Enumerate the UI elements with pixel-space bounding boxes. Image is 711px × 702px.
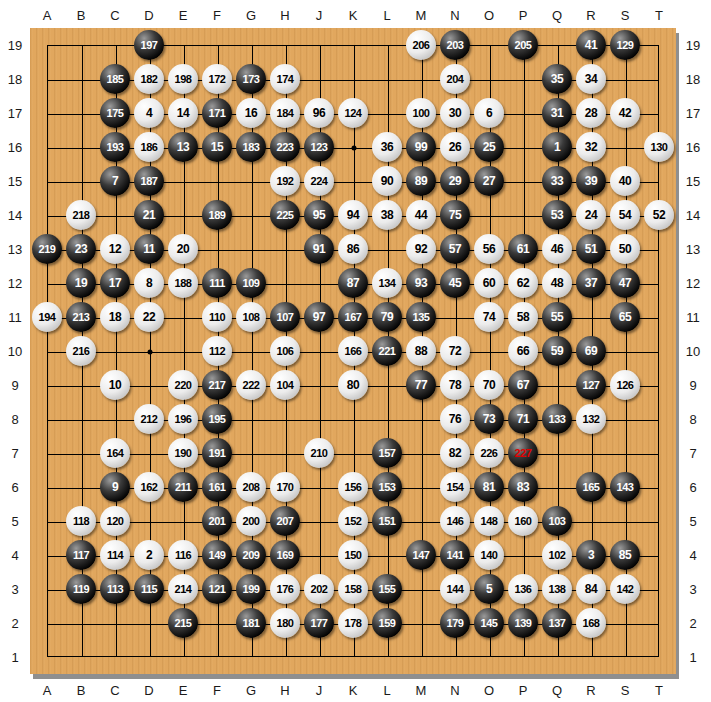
stone-black-B13: 23 xyxy=(66,234,96,264)
coord-label: 18 xyxy=(680,62,706,96)
stone-white-J15: 224 xyxy=(304,166,334,196)
stone-white-K17: 124 xyxy=(338,98,368,128)
stone-white-B10: 216 xyxy=(66,336,96,366)
stone-black-C6: 9 xyxy=(100,472,130,502)
stone-black-P2: 139 xyxy=(508,608,538,638)
stone-black-C3: 113 xyxy=(100,574,130,604)
coord-label: B xyxy=(64,5,98,25)
stone-black-H16: 223 xyxy=(270,132,300,162)
stone-white-H15: 192 xyxy=(270,166,300,196)
stone-white-E12: 188 xyxy=(168,268,198,298)
stone-black-F3: 121 xyxy=(202,574,232,604)
stone-black-Q10: 59 xyxy=(542,336,572,366)
stone-black-L10: 221 xyxy=(372,336,402,366)
coord-label: 6 xyxy=(680,470,706,504)
stone-white-D4: 2 xyxy=(134,540,164,570)
coord-label: 15 xyxy=(680,164,706,198)
stone-white-K14: 94 xyxy=(338,200,368,230)
stone-white-T14: 52 xyxy=(644,200,674,230)
stone-white-E17: 14 xyxy=(168,98,198,128)
coord-label: 12 xyxy=(2,266,28,300)
stone-black-Q8: 133 xyxy=(542,404,572,434)
stone-black-B3: 119 xyxy=(66,574,96,604)
coord-label: E xyxy=(166,680,200,700)
stone-black-G18: 173 xyxy=(236,64,266,94)
stone-black-O3: 5 xyxy=(474,574,504,604)
coord-label: G xyxy=(234,5,268,25)
stone-white-C7: 164 xyxy=(100,438,130,468)
stone-black-P9: 67 xyxy=(508,370,538,400)
stone-black-O15: 27 xyxy=(474,166,504,196)
stone-black-J14: 95 xyxy=(304,200,334,230)
stone-white-E13: 20 xyxy=(168,234,198,264)
stone-black-D3: 115 xyxy=(134,574,164,604)
stone-white-O11: 74 xyxy=(474,302,504,332)
coord-label: P xyxy=(506,680,540,700)
stone-black-E16: 13 xyxy=(168,132,198,162)
coord-label: E xyxy=(166,5,200,25)
stone-black-L2: 159 xyxy=(372,608,402,638)
stone-white-E8: 196 xyxy=(168,404,198,434)
stone-white-C11: 18 xyxy=(100,302,130,332)
stone-black-M12: 93 xyxy=(406,268,436,298)
stone-white-S3: 142 xyxy=(610,574,640,604)
coord-label: O xyxy=(472,680,506,700)
coord-label: 1 xyxy=(680,640,706,674)
stone-black-B11: 213 xyxy=(66,302,96,332)
stone-black-F9: 217 xyxy=(202,370,232,400)
stone-white-M17: 100 xyxy=(406,98,436,128)
stone-white-H10: 106 xyxy=(270,336,300,366)
stone-white-Q3: 138 xyxy=(542,574,572,604)
stone-black-E6: 211 xyxy=(168,472,198,502)
stone-white-S14: 54 xyxy=(610,200,640,230)
stones-layer: 1234567891011121314151617181920212223242… xyxy=(30,28,676,674)
stone-white-N6: 154 xyxy=(440,472,470,502)
coord-label: Q xyxy=(540,680,574,700)
coord-label: 5 xyxy=(2,504,28,538)
stone-black-Q11: 55 xyxy=(542,302,572,332)
coord-label: T xyxy=(642,5,676,25)
stone-black-O2: 145 xyxy=(474,608,504,638)
stone-white-K2: 178 xyxy=(338,608,368,638)
row-labels-right: 19181716151413121110987654321 xyxy=(680,28,706,674)
stone-white-G17: 16 xyxy=(236,98,266,128)
stone-black-B4: 117 xyxy=(66,540,96,570)
stone-white-K13: 86 xyxy=(338,234,368,264)
coord-label: 16 xyxy=(2,130,28,164)
stone-white-G11: 108 xyxy=(236,302,266,332)
coord-label: 1 xyxy=(2,640,28,674)
coord-label: 6 xyxy=(2,470,28,504)
stone-black-M4: 147 xyxy=(406,540,436,570)
stone-black-M15: 89 xyxy=(406,166,436,196)
coord-label: K xyxy=(336,5,370,25)
coord-label: Q xyxy=(540,5,574,25)
coord-label: L xyxy=(370,680,404,700)
stone-black-J11: 97 xyxy=(304,302,334,332)
stone-black-Q2: 137 xyxy=(542,608,572,638)
kifu-page: ABCDEFGHJKLMNOPQRST ABCDEFGHJKLMNOPQRST … xyxy=(0,0,711,702)
coord-label: 15 xyxy=(2,164,28,198)
coord-label: 17 xyxy=(680,96,706,130)
stone-white-R2: 168 xyxy=(576,608,606,638)
coord-label: 7 xyxy=(2,436,28,470)
coord-label: 10 xyxy=(2,334,28,368)
stone-white-R17: 28 xyxy=(576,98,606,128)
coord-label: A xyxy=(30,680,64,700)
stone-black-G12: 109 xyxy=(236,268,266,298)
column-labels-bottom: ABCDEFGHJKLMNOPQRST xyxy=(30,680,676,700)
stone-black-J13: 91 xyxy=(304,234,334,264)
stone-black-Q16: 1 xyxy=(542,132,572,162)
stone-white-D11: 22 xyxy=(134,302,164,332)
stone-black-F14: 189 xyxy=(202,200,232,230)
stone-white-B5: 118 xyxy=(66,506,96,536)
stone-black-P13: 61 xyxy=(508,234,538,264)
coord-label: 19 xyxy=(2,28,28,62)
stone-white-D12: 8 xyxy=(134,268,164,298)
stone-white-O4: 140 xyxy=(474,540,504,570)
stone-white-D8: 212 xyxy=(134,404,164,434)
coord-label: 11 xyxy=(680,300,706,334)
stone-black-N19: 203 xyxy=(440,30,470,60)
coord-label: 12 xyxy=(680,266,706,300)
stone-white-O7: 226 xyxy=(474,438,504,468)
coord-label: A xyxy=(30,5,64,25)
stone-black-R6: 165 xyxy=(576,472,606,502)
stone-white-A11: 194 xyxy=(32,302,62,332)
stone-black-C16: 193 xyxy=(100,132,130,162)
coord-label: T xyxy=(642,680,676,700)
stone-black-M11: 135 xyxy=(406,302,436,332)
stone-black-G2: 181 xyxy=(236,608,266,638)
coord-label: G xyxy=(234,680,268,700)
stone-white-O13: 56 xyxy=(474,234,504,264)
stone-black-L6: 153 xyxy=(372,472,402,502)
stone-black-C12: 17 xyxy=(100,268,130,298)
coord-label: 19 xyxy=(680,28,706,62)
stone-black-D13: 11 xyxy=(134,234,164,264)
coord-label: C xyxy=(98,5,132,25)
stone-white-M10: 88 xyxy=(406,336,436,366)
stone-white-R16: 32 xyxy=(576,132,606,162)
stone-white-P11: 58 xyxy=(508,302,538,332)
stone-white-E3: 214 xyxy=(168,574,198,604)
stone-white-F10: 112 xyxy=(202,336,232,366)
stone-black-S4: 85 xyxy=(610,540,640,570)
stone-black-N13: 57 xyxy=(440,234,470,264)
stone-black-S12: 47 xyxy=(610,268,640,298)
coord-label: 3 xyxy=(2,572,28,606)
stone-white-Q12: 48 xyxy=(542,268,572,298)
stone-black-P7: 227 xyxy=(508,438,538,468)
stone-white-H2: 180 xyxy=(270,608,300,638)
stone-white-N5: 146 xyxy=(440,506,470,536)
coord-label: 9 xyxy=(2,368,28,402)
stone-black-Q18: 35 xyxy=(542,64,572,94)
coord-label: B xyxy=(64,680,98,700)
stone-black-H5: 207 xyxy=(270,506,300,536)
coord-label: R xyxy=(574,680,608,700)
stone-white-J3: 202 xyxy=(304,574,334,604)
coord-label: J xyxy=(302,5,336,25)
coord-label: R xyxy=(574,5,608,25)
stone-white-H3: 176 xyxy=(270,574,300,604)
stone-black-J2: 177 xyxy=(304,608,334,638)
stone-white-K3: 158 xyxy=(338,574,368,604)
stone-black-N15: 29 xyxy=(440,166,470,196)
stone-white-Q13: 46 xyxy=(542,234,572,264)
stone-black-S11: 65 xyxy=(610,302,640,332)
stone-white-G5: 200 xyxy=(236,506,266,536)
stone-white-J7: 210 xyxy=(304,438,334,468)
stone-white-L14: 38 xyxy=(372,200,402,230)
coord-label: O xyxy=(472,5,506,25)
coord-label: 14 xyxy=(680,198,706,232)
stone-white-E4: 116 xyxy=(168,540,198,570)
stone-black-R4: 3 xyxy=(576,540,606,570)
coord-label: 8 xyxy=(2,402,28,436)
coord-label: M xyxy=(404,5,438,25)
stone-black-S19: 129 xyxy=(610,30,640,60)
column-labels-top: ABCDEFGHJKLMNOPQRST xyxy=(30,5,676,25)
stone-black-K11: 167 xyxy=(338,302,368,332)
stone-black-F16: 15 xyxy=(202,132,232,162)
stone-black-G16: 183 xyxy=(236,132,266,162)
stone-white-H9: 104 xyxy=(270,370,300,400)
stone-black-O6: 81 xyxy=(474,472,504,502)
stone-white-F18: 172 xyxy=(202,64,232,94)
stone-white-G9: 222 xyxy=(236,370,266,400)
stone-black-Q14: 53 xyxy=(542,200,572,230)
stone-white-P3: 136 xyxy=(508,574,538,604)
stone-white-M19: 206 xyxy=(406,30,436,60)
stone-black-F5: 201 xyxy=(202,506,232,536)
stone-white-R8: 132 xyxy=(576,404,606,434)
stone-white-T16: 130 xyxy=(644,132,674,162)
stone-black-L7: 157 xyxy=(372,438,402,468)
stone-black-B12: 19 xyxy=(66,268,96,298)
coord-label: 9 xyxy=(680,368,706,402)
coord-label: D xyxy=(132,680,166,700)
stone-white-P10: 66 xyxy=(508,336,538,366)
stone-white-P5: 160 xyxy=(508,506,538,536)
stone-white-R3: 84 xyxy=(576,574,606,604)
stone-black-N12: 45 xyxy=(440,268,470,298)
stone-white-N17: 30 xyxy=(440,98,470,128)
coord-label: F xyxy=(200,5,234,25)
stone-white-N18: 204 xyxy=(440,64,470,94)
coord-label: 16 xyxy=(680,130,706,164)
stone-white-M13: 92 xyxy=(406,234,436,264)
stone-white-N8: 76 xyxy=(440,404,470,434)
stone-black-J16: 123 xyxy=(304,132,334,162)
coord-label: 7 xyxy=(680,436,706,470)
coord-label: 13 xyxy=(2,232,28,266)
stone-white-L16: 36 xyxy=(372,132,402,162)
stone-black-A13: 219 xyxy=(32,234,62,264)
stone-white-K5: 152 xyxy=(338,506,368,536)
stone-black-C18: 185 xyxy=(100,64,130,94)
stone-white-K4: 150 xyxy=(338,540,368,570)
stone-black-L5: 151 xyxy=(372,506,402,536)
stone-black-Q5: 103 xyxy=(542,506,572,536)
stone-black-R10: 69 xyxy=(576,336,606,366)
stone-black-N4: 141 xyxy=(440,540,470,570)
stone-white-H17: 184 xyxy=(270,98,300,128)
stone-black-L3: 155 xyxy=(372,574,402,604)
stone-black-F17: 171 xyxy=(202,98,232,128)
stone-white-D6: 162 xyxy=(134,472,164,502)
coord-label: 11 xyxy=(2,300,28,334)
coord-label: 4 xyxy=(2,538,28,572)
stone-white-N3: 144 xyxy=(440,574,470,604)
stone-black-N2: 179 xyxy=(440,608,470,638)
row-labels-left: 19181716151413121110987654321 xyxy=(2,28,28,674)
stone-black-Q17: 31 xyxy=(542,98,572,128)
stone-black-F8: 195 xyxy=(202,404,232,434)
coord-label: 3 xyxy=(680,572,706,606)
stone-white-C13: 12 xyxy=(100,234,130,264)
coord-label: 18 xyxy=(2,62,28,96)
stone-black-R19: 41 xyxy=(576,30,606,60)
stone-white-H6: 170 xyxy=(270,472,300,502)
coord-label: 8 xyxy=(680,402,706,436)
stone-white-Q4: 102 xyxy=(542,540,572,570)
stone-white-D18: 182 xyxy=(134,64,164,94)
stone-black-S6: 143 xyxy=(610,472,640,502)
stone-white-L12: 134 xyxy=(372,268,402,298)
stone-white-O5: 148 xyxy=(474,506,504,536)
stone-black-R13: 51 xyxy=(576,234,606,264)
stone-white-D17: 4 xyxy=(134,98,164,128)
coord-label: D xyxy=(132,5,166,25)
coord-label: S xyxy=(608,680,642,700)
stone-black-Q15: 33 xyxy=(542,166,572,196)
stone-white-J17: 96 xyxy=(304,98,334,128)
stone-black-D19: 197 xyxy=(134,30,164,60)
stone-white-K10: 166 xyxy=(338,336,368,366)
stone-white-O12: 60 xyxy=(474,268,504,298)
stone-white-N7: 82 xyxy=(440,438,470,468)
stone-white-P12: 62 xyxy=(508,268,538,298)
coord-label: 2 xyxy=(680,606,706,640)
coord-label: L xyxy=(370,5,404,25)
stone-white-C4: 114 xyxy=(100,540,130,570)
stone-white-N10: 72 xyxy=(440,336,470,366)
coord-label: 17 xyxy=(2,96,28,130)
stone-black-L11: 79 xyxy=(372,302,402,332)
stone-black-F7: 191 xyxy=(202,438,232,468)
stone-white-K6: 156 xyxy=(338,472,368,502)
stone-white-F11: 110 xyxy=(202,302,232,332)
coord-label: K xyxy=(336,680,370,700)
stone-black-R12: 37 xyxy=(576,268,606,298)
stone-black-G3: 199 xyxy=(236,574,266,604)
stone-white-G6: 208 xyxy=(236,472,266,502)
stone-black-C17: 175 xyxy=(100,98,130,128)
coord-label: 13 xyxy=(680,232,706,266)
stone-black-H11: 107 xyxy=(270,302,300,332)
coord-label: C xyxy=(98,680,132,700)
coord-label: F xyxy=(200,680,234,700)
stone-black-N14: 75 xyxy=(440,200,470,230)
coord-label: M xyxy=(404,680,438,700)
stone-white-L15: 90 xyxy=(372,166,402,196)
coord-label: S xyxy=(608,5,642,25)
stone-black-H4: 169 xyxy=(270,540,300,570)
goban[interactable]: 1234567891011121314151617181920212223242… xyxy=(30,28,676,674)
stone-white-N9: 78 xyxy=(440,370,470,400)
stone-white-O17: 6 xyxy=(474,98,504,128)
stone-black-K12: 87 xyxy=(338,268,368,298)
stone-black-O8: 73 xyxy=(474,404,504,434)
stone-black-R15: 39 xyxy=(576,166,606,196)
stone-black-P19: 205 xyxy=(508,30,538,60)
stone-white-B14: 218 xyxy=(66,200,96,230)
stone-black-E2: 215 xyxy=(168,608,198,638)
stone-black-G4: 209 xyxy=(236,540,266,570)
stone-white-E9: 220 xyxy=(168,370,198,400)
stone-black-D15: 187 xyxy=(134,166,164,196)
coord-label: H xyxy=(268,5,302,25)
stone-white-K9: 80 xyxy=(338,370,368,400)
stone-black-O16: 25 xyxy=(474,132,504,162)
stone-white-R14: 24 xyxy=(576,200,606,230)
stone-white-S15: 40 xyxy=(610,166,640,196)
coord-label: H xyxy=(268,680,302,700)
stone-white-S9: 126 xyxy=(610,370,640,400)
coord-label: P xyxy=(506,5,540,25)
stone-black-F12: 111 xyxy=(202,268,232,298)
coord-label: 4 xyxy=(680,538,706,572)
stone-white-C9: 10 xyxy=(100,370,130,400)
coord-label: J xyxy=(302,680,336,700)
stone-black-M9: 77 xyxy=(406,370,436,400)
stone-black-F4: 149 xyxy=(202,540,232,570)
stone-black-P8: 71 xyxy=(508,404,538,434)
coord-label: N xyxy=(438,5,472,25)
stone-white-C5: 120 xyxy=(100,506,130,536)
stone-white-O9: 70 xyxy=(474,370,504,400)
coord-label: 2 xyxy=(2,606,28,640)
stone-white-N16: 26 xyxy=(440,132,470,162)
coord-label: N xyxy=(438,680,472,700)
coord-label: 10 xyxy=(680,334,706,368)
stone-black-R9: 127 xyxy=(576,370,606,400)
coord-label: 14 xyxy=(2,198,28,232)
stone-black-C15: 7 xyxy=(100,166,130,196)
stone-black-M16: 99 xyxy=(406,132,436,162)
stone-white-R18: 34 xyxy=(576,64,606,94)
stone-white-E18: 198 xyxy=(168,64,198,94)
coord-label: 5 xyxy=(680,504,706,538)
stone-white-E7: 190 xyxy=(168,438,198,468)
stone-white-S13: 50 xyxy=(610,234,640,264)
stone-black-H14: 225 xyxy=(270,200,300,230)
stone-black-D14: 21 xyxy=(134,200,164,230)
stone-white-H18: 174 xyxy=(270,64,300,94)
stone-black-P6: 83 xyxy=(508,472,538,502)
stone-black-F6: 161 xyxy=(202,472,232,502)
stone-white-M14: 44 xyxy=(406,200,436,230)
stone-white-D16: 186 xyxy=(134,132,164,162)
stone-white-S17: 42 xyxy=(610,98,640,128)
